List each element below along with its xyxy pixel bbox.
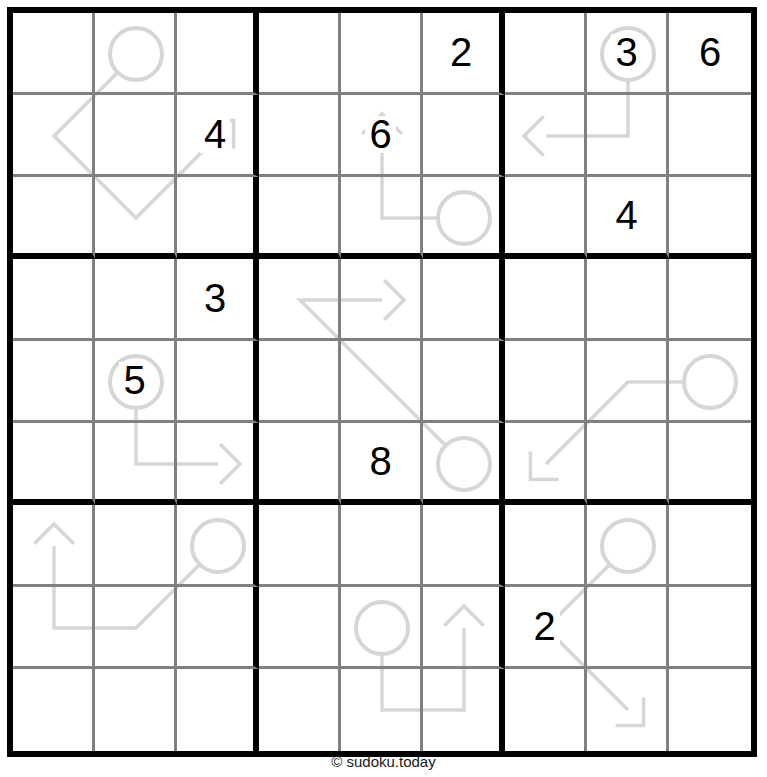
given-digit-r3c8: 4	[611, 197, 641, 234]
cell-r8c8[interactable]	[587, 587, 669, 669]
cell-r9c9[interactable]	[669, 669, 751, 751]
cell-r2c4[interactable]	[259, 95, 341, 177]
cell-r4c3[interactable]: 3	[177, 259, 259, 341]
cell-r8c3[interactable]	[177, 587, 259, 669]
cell-r3c7[interactable]	[505, 177, 587, 259]
cell-r1c7[interactable]	[505, 13, 587, 95]
cell-r9c1[interactable]	[13, 669, 95, 751]
arrow-sudoku-page: 2364643582 © sudoku.today	[0, 0, 767, 777]
sudoku-board: 2364643582	[7, 7, 757, 757]
cell-r7c4[interactable]	[259, 505, 341, 587]
cell-r7c5[interactable]	[341, 505, 423, 587]
cell-r3c6[interactable]	[423, 177, 505, 259]
given-digit-r2c5: 6	[365, 116, 395, 153]
given-digit-r8c7: 2	[529, 608, 559, 645]
cell-r1c1[interactable]	[13, 13, 95, 95]
cell-r2c9[interactable]	[669, 95, 751, 177]
cell-r3c2[interactable]	[95, 177, 177, 259]
cell-r8c7[interactable]: 2	[505, 587, 587, 669]
cell-r6c9[interactable]	[669, 423, 751, 505]
cell-r1c2[interactable]	[95, 13, 177, 95]
cell-r8c4[interactable]	[259, 587, 341, 669]
cell-r6c3[interactable]	[177, 423, 259, 505]
cell-r5c6[interactable]	[423, 341, 505, 423]
cell-r3c8[interactable]: 4	[587, 177, 669, 259]
cell-r2c6[interactable]	[423, 95, 505, 177]
given-digit-r1c9: 6	[695, 34, 725, 71]
cell-r7c6[interactable]	[423, 505, 505, 587]
cell-r7c7[interactable]	[505, 505, 587, 587]
cell-r5c8[interactable]	[587, 341, 669, 423]
cell-r3c5[interactable]	[341, 177, 423, 259]
cell-r7c1[interactable]	[13, 505, 95, 587]
cell-r8c2[interactable]	[95, 587, 177, 669]
cell-r2c7[interactable]	[505, 95, 587, 177]
cell-r9c3[interactable]	[177, 669, 259, 751]
cell-r6c5[interactable]: 8	[341, 423, 423, 505]
cell-r1c4[interactable]	[259, 13, 341, 95]
cell-r6c4[interactable]	[259, 423, 341, 505]
given-digit-r2c3: 4	[200, 116, 230, 153]
cell-r4c2[interactable]	[95, 259, 177, 341]
cell-r4c4[interactable]	[259, 259, 341, 341]
credit-text: © sudoku.today	[0, 753, 767, 777]
cell-r9c7[interactable]	[505, 669, 587, 751]
cell-r1c3[interactable]	[177, 13, 259, 95]
cell-r5c2[interactable]: 5	[95, 341, 177, 423]
cell-r8c6[interactable]	[423, 587, 505, 669]
cell-r8c1[interactable]	[13, 587, 95, 669]
cell-r3c3[interactable]	[177, 177, 259, 259]
cell-r1c6[interactable]: 2	[423, 13, 505, 95]
cell-r5c3[interactable]	[177, 341, 259, 423]
cell-r3c9[interactable]	[669, 177, 751, 259]
given-digit-r6c5: 8	[365, 443, 395, 480]
cell-r9c6[interactable]	[423, 669, 505, 751]
cell-r7c9[interactable]	[669, 505, 751, 587]
cell-r7c8[interactable]	[587, 505, 669, 587]
cell-r1c5[interactable]	[341, 13, 423, 95]
cell-r5c7[interactable]	[505, 341, 587, 423]
cell-r4c6[interactable]	[423, 259, 505, 341]
cell-r4c7[interactable]	[505, 259, 587, 341]
cell-r3c1[interactable]	[13, 177, 95, 259]
given-digit-r1c8: 3	[611, 34, 641, 71]
cell-r5c9[interactable]	[669, 341, 751, 423]
cell-r2c1[interactable]	[13, 95, 95, 177]
given-digit-r4c3: 3	[200, 280, 230, 317]
cell-r8c5[interactable]	[341, 587, 423, 669]
cell-r1c9[interactable]: 6	[669, 13, 751, 95]
cell-r9c8[interactable]	[587, 669, 669, 751]
given-digit-r1c6: 2	[446, 34, 476, 71]
cell-r8c9[interactable]	[669, 587, 751, 669]
cell-r9c5[interactable]	[341, 669, 423, 751]
cell-r6c2[interactable]	[95, 423, 177, 505]
cell-r7c2[interactable]	[95, 505, 177, 587]
cell-r5c1[interactable]	[13, 341, 95, 423]
cell-r2c8[interactable]	[587, 95, 669, 177]
given-digit-r5c2: 5	[119, 362, 149, 399]
cell-r1c8[interactable]: 3	[587, 13, 669, 95]
cell-r6c6[interactable]	[423, 423, 505, 505]
cell-r2c3[interactable]: 4	[177, 95, 259, 177]
cell-r7c3[interactable]	[177, 505, 259, 587]
cell-r6c1[interactable]	[13, 423, 95, 505]
cell-r5c4[interactable]	[259, 341, 341, 423]
cell-r4c5[interactable]	[341, 259, 423, 341]
cell-r6c7[interactable]	[505, 423, 587, 505]
cell-r5c5[interactable]	[341, 341, 423, 423]
cell-r9c4[interactable]	[259, 669, 341, 751]
cell-r6c8[interactable]	[587, 423, 669, 505]
cell-r2c5[interactable]: 6	[341, 95, 423, 177]
cell-r9c2[interactable]	[95, 669, 177, 751]
cell-r4c1[interactable]	[13, 259, 95, 341]
cell-r4c9[interactable]	[669, 259, 751, 341]
cell-r2c2[interactable]	[95, 95, 177, 177]
cell-r4c8[interactable]	[587, 259, 669, 341]
cell-r3c4[interactable]	[259, 177, 341, 259]
